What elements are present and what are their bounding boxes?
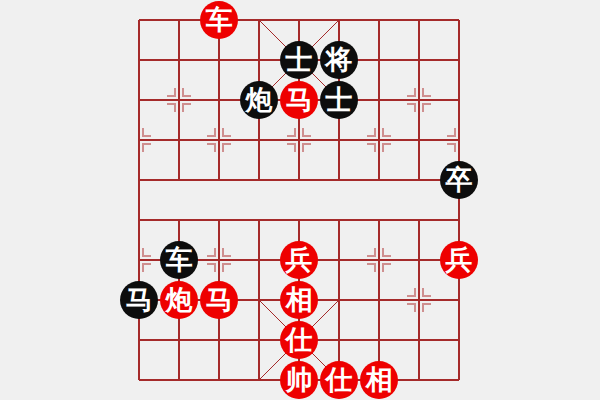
red-horse[interactable]: 马 [200, 281, 238, 319]
red-advisor[interactable]: 仕 [320, 361, 358, 399]
black-general[interactable]: 将 [320, 41, 358, 79]
red-soldier[interactable]: 兵 [280, 241, 318, 279]
red-elephant[interactable]: 相 [360, 361, 398, 399]
xiangqi-app: 车士将炮马士卒车兵兵马炮马相仕帅仕相 [0, 0, 600, 400]
black-advisor[interactable]: 士 [280, 41, 318, 79]
red-elephant[interactable]: 相 [280, 281, 318, 319]
black-soldier[interactable]: 卒 [440, 161, 478, 199]
red-horse[interactable]: 马 [280, 81, 318, 119]
red-general[interactable]: 帅 [280, 361, 318, 399]
black-horse[interactable]: 马 [120, 281, 158, 319]
board-grid: 车士将炮马士卒车兵兵马炮马相仕帅仕相 [119, 0, 479, 400]
red-advisor[interactable]: 仕 [280, 321, 318, 359]
xiangqi-board: 车士将炮马士卒车兵兵马炮马相仕帅仕相 [119, 0, 479, 400]
red-soldier[interactable]: 兵 [440, 241, 478, 279]
black-cannon[interactable]: 炮 [240, 81, 278, 119]
black-chariot[interactable]: 车 [160, 241, 198, 279]
red-cannon[interactable]: 炮 [160, 281, 198, 319]
black-advisor[interactable]: 士 [320, 81, 358, 119]
red-chariot[interactable]: 车 [200, 1, 238, 39]
